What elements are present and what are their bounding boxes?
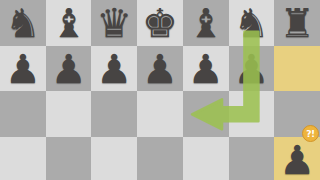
square-b8[interactable]: ♞ xyxy=(0,0,46,46)
square-h5[interactable]: ♟ xyxy=(274,137,320,180)
black-bishop[interactable]: ♝ xyxy=(188,1,224,47)
square-h8[interactable]: ♜ xyxy=(274,0,320,46)
square-g7[interactable]: ♟ xyxy=(229,46,275,92)
square-g6[interactable] xyxy=(229,91,275,137)
black-pawn[interactable]: ♟ xyxy=(51,47,87,93)
black-pawn[interactable]: ♟ xyxy=(233,47,269,93)
square-b6[interactable] xyxy=(0,91,46,137)
square-e6[interactable] xyxy=(137,91,183,137)
black-pawn[interactable]: ♟ xyxy=(142,47,178,93)
square-d8[interactable]: ♛ xyxy=(91,0,137,46)
black-knight[interactable]: ♞ xyxy=(5,1,41,47)
black-bishop[interactable]: ♝ xyxy=(51,1,87,47)
square-e8[interactable]: ♚ xyxy=(137,0,183,46)
black-pawn[interactable]: ♟ xyxy=(279,138,315,180)
chessboard: ♞♝♛♚♝♞♜♟♟♟♟♟♟♟ ?! xyxy=(0,0,320,180)
square-g5[interactable] xyxy=(229,137,275,180)
black-knight[interactable]: ♞ xyxy=(233,1,269,47)
square-c5[interactable] xyxy=(46,137,92,180)
square-f5[interactable] xyxy=(183,137,229,180)
square-f8[interactable]: ♝ xyxy=(183,0,229,46)
square-b5[interactable] xyxy=(0,137,46,180)
black-king[interactable]: ♚ xyxy=(142,1,178,47)
square-g8[interactable]: ♞ xyxy=(229,0,275,46)
board-grid: ♞♝♛♚♝♞♜♟♟♟♟♟♟♟ xyxy=(0,0,320,180)
square-h7[interactable] xyxy=(274,46,320,92)
black-pawn[interactable]: ♟ xyxy=(188,47,224,93)
black-queen[interactable]: ♛ xyxy=(96,1,132,47)
square-e7[interactable]: ♟ xyxy=(137,46,183,92)
square-d7[interactable]: ♟ xyxy=(91,46,137,92)
square-d6[interactable] xyxy=(91,91,137,137)
square-c7[interactable]: ♟ xyxy=(46,46,92,92)
square-c6[interactable] xyxy=(46,91,92,137)
black-pawn[interactable]: ♟ xyxy=(96,47,132,93)
black-pawn[interactable]: ♟ xyxy=(5,47,41,93)
square-f7[interactable]: ♟ xyxy=(183,46,229,92)
black-rook[interactable]: ♜ xyxy=(279,1,315,47)
square-c8[interactable]: ♝ xyxy=(46,0,92,46)
square-b7[interactable]: ♟ xyxy=(0,46,46,92)
inaccuracy-badge: ?! xyxy=(302,125,319,142)
square-d5[interactable] xyxy=(91,137,137,180)
inaccuracy-badge-label: ?! xyxy=(306,129,314,139)
square-e5[interactable] xyxy=(137,137,183,180)
square-f6[interactable] xyxy=(183,91,229,137)
